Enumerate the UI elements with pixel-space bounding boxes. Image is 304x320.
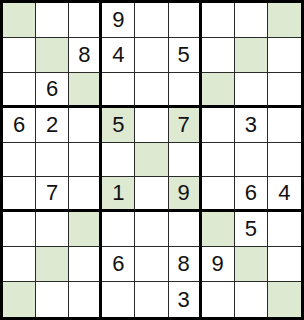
cell-r5c6[interactable] bbox=[169, 143, 202, 178]
cell-r7c5[interactable] bbox=[135, 212, 168, 247]
cell-r8c4[interactable]: 6 bbox=[102, 247, 135, 282]
cell-r6c9[interactable]: 4 bbox=[268, 177, 301, 212]
cell-r1c3[interactable] bbox=[69, 3, 102, 38]
cell-r4c6[interactable]: 7 bbox=[169, 108, 202, 143]
cell-r3c6[interactable] bbox=[169, 73, 202, 108]
cell-r7c6[interactable] bbox=[169, 212, 202, 247]
cell-r3c8[interactable] bbox=[235, 73, 268, 108]
cell-r5c7[interactable] bbox=[202, 143, 235, 178]
cell-r5c9[interactable] bbox=[268, 143, 301, 178]
cell-r5c1[interactable] bbox=[3, 143, 36, 178]
cell-r4c7[interactable] bbox=[202, 108, 235, 143]
cell-r8c8[interactable] bbox=[235, 247, 268, 282]
cell-r5c2[interactable] bbox=[36, 143, 69, 178]
cell-r2c6[interactable]: 5 bbox=[169, 38, 202, 73]
cell-r3c9[interactable] bbox=[268, 73, 301, 108]
cell-r1c1[interactable] bbox=[3, 3, 36, 38]
cell-r2c2[interactable] bbox=[36, 38, 69, 73]
cell-r8c2[interactable] bbox=[36, 247, 69, 282]
cell-r6c1[interactable] bbox=[3, 177, 36, 212]
cell-r4c5[interactable] bbox=[135, 108, 168, 143]
cell-r2c5[interactable] bbox=[135, 38, 168, 73]
cell-r6c2[interactable]: 7 bbox=[36, 177, 69, 212]
cell-r6c4[interactable]: 1 bbox=[102, 177, 135, 212]
cell-r7c2[interactable] bbox=[36, 212, 69, 247]
cell-r3c5[interactable] bbox=[135, 73, 168, 108]
cell-r1c7[interactable] bbox=[202, 3, 235, 38]
cell-r6c5[interactable] bbox=[135, 177, 168, 212]
cell-r2c8[interactable] bbox=[235, 38, 268, 73]
cell-r3c1[interactable] bbox=[3, 73, 36, 108]
cell-r6c7[interactable] bbox=[202, 177, 235, 212]
cell-r7c9[interactable] bbox=[268, 212, 301, 247]
cell-r2c7[interactable] bbox=[202, 38, 235, 73]
cell-r9c1[interactable] bbox=[3, 282, 36, 317]
cell-r9c4[interactable] bbox=[102, 282, 135, 317]
cell-r7c1[interactable] bbox=[3, 212, 36, 247]
cell-r7c7[interactable] bbox=[202, 212, 235, 247]
cell-r8c6[interactable]: 8 bbox=[169, 247, 202, 282]
cell-r5c4[interactable] bbox=[102, 143, 135, 178]
cell-r2c9[interactable] bbox=[268, 38, 301, 73]
cell-r3c2[interactable]: 6 bbox=[36, 73, 69, 108]
cell-r4c3[interactable] bbox=[69, 108, 102, 143]
cell-r4c8[interactable]: 3 bbox=[235, 108, 268, 143]
cell-r6c3[interactable] bbox=[69, 177, 102, 212]
cell-r6c6[interactable]: 9 bbox=[169, 177, 202, 212]
cell-r3c3[interactable] bbox=[69, 73, 102, 108]
cell-r4c2[interactable]: 2 bbox=[36, 108, 69, 143]
cell-r9c6[interactable]: 3 bbox=[169, 282, 202, 317]
cell-r8c7[interactable]: 9 bbox=[202, 247, 235, 282]
cell-r1c4[interactable]: 9 bbox=[102, 3, 135, 38]
cell-r1c8[interactable] bbox=[235, 3, 268, 38]
sudoku-board: 98456625737196456893 bbox=[0, 0, 304, 320]
cell-r2c3[interactable]: 8 bbox=[69, 38, 102, 73]
cell-r8c5[interactable] bbox=[135, 247, 168, 282]
cell-r4c9[interactable] bbox=[268, 108, 301, 143]
cell-r9c9[interactable] bbox=[268, 282, 301, 317]
cell-r2c4[interactable]: 4 bbox=[102, 38, 135, 73]
cell-r5c3[interactable] bbox=[69, 143, 102, 178]
cell-r6c8[interactable]: 6 bbox=[235, 177, 268, 212]
cell-r2c1[interactable] bbox=[3, 38, 36, 73]
cell-r7c8[interactable]: 5 bbox=[235, 212, 268, 247]
cell-r9c8[interactable] bbox=[235, 282, 268, 317]
cell-r8c1[interactable] bbox=[3, 247, 36, 282]
cell-r5c8[interactable] bbox=[235, 143, 268, 178]
cell-r7c4[interactable] bbox=[102, 212, 135, 247]
cell-r9c2[interactable] bbox=[36, 282, 69, 317]
cell-r1c6[interactable] bbox=[169, 3, 202, 38]
cell-r7c3[interactable] bbox=[69, 212, 102, 247]
cell-r3c7[interactable] bbox=[202, 73, 235, 108]
cell-r4c4[interactable]: 5 bbox=[102, 108, 135, 143]
cell-r9c7[interactable] bbox=[202, 282, 235, 317]
cell-r8c9[interactable] bbox=[268, 247, 301, 282]
cell-r1c2[interactable] bbox=[36, 3, 69, 38]
cell-r3c4[interactable] bbox=[102, 73, 135, 108]
cell-r4c1[interactable]: 6 bbox=[3, 108, 36, 143]
cell-r5c5[interactable] bbox=[135, 143, 168, 178]
cell-r9c5[interactable] bbox=[135, 282, 168, 317]
cell-r8c3[interactable] bbox=[69, 247, 102, 282]
cell-r1c5[interactable] bbox=[135, 3, 168, 38]
cell-r1c9[interactable] bbox=[268, 3, 301, 38]
cell-r9c3[interactable] bbox=[69, 282, 102, 317]
